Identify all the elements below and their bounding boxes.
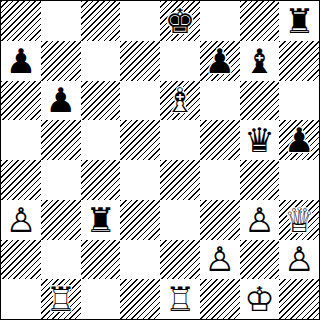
square-g3[interactable]: ♟♙ bbox=[240, 200, 280, 240]
square-g7[interactable]: ♝ bbox=[240, 41, 280, 81]
square-c6[interactable] bbox=[81, 81, 121, 121]
square-g5[interactable]: ♛ bbox=[240, 120, 280, 160]
chess-board: ♚♜♟♟♝♟♝♗♛♟♟♙♜♟♙♛♕♟♙♟♙♜♖♜♖♚♔ bbox=[0, 0, 320, 320]
square-e3[interactable] bbox=[160, 200, 200, 240]
square-a4[interactable] bbox=[1, 160, 41, 200]
square-c7[interactable] bbox=[81, 41, 121, 81]
square-g4[interactable] bbox=[240, 160, 280, 200]
square-e5[interactable] bbox=[160, 120, 200, 160]
square-d5[interactable] bbox=[120, 120, 160, 160]
square-b4[interactable] bbox=[41, 160, 81, 200]
piece-glyph: ♟ bbox=[41, 81, 81, 121]
white-bishop[interactable]: ♝♗ bbox=[160, 81, 200, 121]
piece-glyph: ♟ bbox=[279, 120, 319, 160]
square-a6[interactable] bbox=[1, 81, 41, 121]
square-e8[interactable]: ♚ bbox=[160, 1, 200, 41]
piece-outline-layer: ♙ bbox=[279, 240, 319, 280]
black-pawn[interactable]: ♟ bbox=[200, 41, 240, 81]
white-pawn[interactable]: ♟♙ bbox=[1, 200, 41, 240]
square-h3[interactable]: ♛♕ bbox=[279, 200, 319, 240]
square-a5[interactable] bbox=[1, 120, 41, 160]
piece-glyph: ♚ bbox=[160, 1, 200, 41]
square-f7[interactable]: ♟ bbox=[200, 41, 240, 81]
square-d2[interactable] bbox=[120, 240, 160, 280]
square-h6[interactable] bbox=[279, 81, 319, 121]
square-e1[interactable]: ♜♖ bbox=[160, 279, 200, 319]
square-a2[interactable] bbox=[1, 240, 41, 280]
black-rook[interactable]: ♜ bbox=[81, 200, 121, 240]
black-king[interactable]: ♚ bbox=[160, 1, 200, 41]
piece-glyph: ♝ bbox=[240, 41, 280, 81]
square-b2[interactable] bbox=[41, 240, 81, 280]
square-f4[interactable] bbox=[200, 160, 240, 200]
square-d8[interactable] bbox=[120, 1, 160, 41]
square-b3[interactable] bbox=[41, 200, 81, 240]
white-king[interactable]: ♚♔ bbox=[240, 279, 280, 319]
square-h7[interactable] bbox=[279, 41, 319, 81]
square-f6[interactable] bbox=[200, 81, 240, 121]
square-f8[interactable] bbox=[200, 1, 240, 41]
black-pawn[interactable]: ♟ bbox=[279, 120, 319, 160]
piece-glyph: ♟ bbox=[1, 41, 41, 81]
piece-outline-layer: ♖ bbox=[160, 279, 200, 319]
square-h2[interactable]: ♟♙ bbox=[279, 240, 319, 280]
square-d6[interactable] bbox=[120, 81, 160, 121]
square-c5[interactable] bbox=[81, 120, 121, 160]
square-h4[interactable] bbox=[279, 160, 319, 200]
square-d4[interactable] bbox=[120, 160, 160, 200]
piece-outline-layer: ♖ bbox=[41, 279, 81, 319]
square-e6[interactable]: ♝♗ bbox=[160, 81, 200, 121]
piece-glyph: ♟ bbox=[200, 41, 240, 81]
square-e4[interactable] bbox=[160, 160, 200, 200]
white-rook[interactable]: ♜♖ bbox=[160, 279, 200, 319]
piece-glyph: ♜ bbox=[279, 1, 319, 41]
square-f5[interactable] bbox=[200, 120, 240, 160]
square-h8[interactable]: ♜ bbox=[279, 1, 319, 41]
square-f1[interactable] bbox=[200, 279, 240, 319]
piece-outline-layer: ♙ bbox=[1, 200, 41, 240]
square-e2[interactable] bbox=[160, 240, 200, 280]
black-pawn[interactable]: ♟ bbox=[41, 81, 81, 121]
piece-outline-layer: ♔ bbox=[240, 279, 280, 319]
square-f3[interactable] bbox=[200, 200, 240, 240]
square-b5[interactable] bbox=[41, 120, 81, 160]
square-g8[interactable] bbox=[240, 1, 280, 41]
square-e7[interactable] bbox=[160, 41, 200, 81]
square-d1[interactable] bbox=[120, 279, 160, 319]
piece-glyph: ♜ bbox=[81, 200, 121, 240]
square-a3[interactable]: ♟♙ bbox=[1, 200, 41, 240]
square-d3[interactable] bbox=[120, 200, 160, 240]
square-h1[interactable] bbox=[279, 279, 319, 319]
square-f2[interactable]: ♟♙ bbox=[200, 240, 240, 280]
square-a7[interactable]: ♟ bbox=[1, 41, 41, 81]
square-b7[interactable] bbox=[41, 41, 81, 81]
square-c8[interactable] bbox=[81, 1, 121, 41]
square-h5[interactable]: ♟ bbox=[279, 120, 319, 160]
white-pawn[interactable]: ♟♙ bbox=[200, 240, 240, 280]
white-rook[interactable]: ♜♖ bbox=[41, 279, 81, 319]
square-g2[interactable] bbox=[240, 240, 280, 280]
white-pawn[interactable]: ♟♙ bbox=[279, 240, 319, 280]
white-pawn[interactable]: ♟♙ bbox=[240, 200, 280, 240]
square-b8[interactable] bbox=[41, 1, 81, 41]
black-queen[interactable]: ♛ bbox=[240, 120, 280, 160]
black-bishop[interactable]: ♝ bbox=[240, 41, 280, 81]
square-a8[interactable] bbox=[1, 1, 41, 41]
square-c2[interactable] bbox=[81, 240, 121, 280]
black-rook[interactable]: ♜ bbox=[279, 1, 319, 41]
square-d7[interactable] bbox=[120, 41, 160, 81]
square-c3[interactable]: ♜ bbox=[81, 200, 121, 240]
square-b6[interactable]: ♟ bbox=[41, 81, 81, 121]
square-b1[interactable]: ♜♖ bbox=[41, 279, 81, 319]
piece-outline-layer: ♙ bbox=[240, 200, 280, 240]
white-queen[interactable]: ♛♕ bbox=[279, 200, 319, 240]
square-g1[interactable]: ♚♔ bbox=[240, 279, 280, 319]
square-g6[interactable] bbox=[240, 81, 280, 121]
piece-outline-layer: ♙ bbox=[200, 240, 240, 280]
black-pawn[interactable]: ♟ bbox=[1, 41, 41, 81]
square-c4[interactable] bbox=[81, 160, 121, 200]
square-c1[interactable] bbox=[81, 279, 121, 319]
square-a1[interactable] bbox=[1, 279, 41, 319]
piece-outline-layer: ♕ bbox=[279, 200, 319, 240]
piece-outline-layer: ♗ bbox=[160, 81, 200, 121]
piece-glyph: ♛ bbox=[240, 120, 280, 160]
